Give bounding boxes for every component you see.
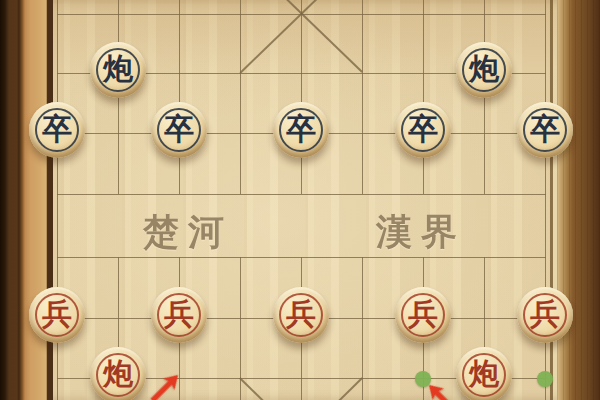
river-label-han-jie: 漢界 (376, 213, 466, 249)
piece-character: 卒 (273, 101, 329, 157)
piece-character: 炮 (456, 346, 512, 400)
grid-line (423, 0, 424, 194)
piece-red-soldier[interactable]: 兵 (29, 287, 85, 343)
piece-red-cannon[interactable]: 炮 (456, 347, 512, 400)
piece-character: 兵 (517, 286, 573, 342)
piece-black-soldier[interactable]: 卒 (517, 102, 573, 158)
piece-red-soldier[interactable]: 兵 (151, 287, 207, 343)
piece-red-soldier[interactable]: 兵 (273, 287, 329, 343)
piece-character: 卒 (395, 101, 451, 157)
piece-character: 兵 (29, 286, 85, 342)
piece-character: 卒 (151, 101, 207, 157)
piece-character: 兵 (395, 286, 451, 342)
piece-character: 卒 (517, 101, 573, 157)
piece-character: 炮 (90, 41, 146, 97)
xiangqi-board: 楚河 漢界 炮炮卒卒卒卒卒兵兵兵兵兵炮炮 (0, 0, 600, 400)
piece-red-soldier[interactable]: 兵 (395, 287, 451, 343)
piece-black-soldier[interactable]: 卒 (395, 102, 451, 158)
river-label-chu-he: 楚河 (143, 213, 233, 249)
piece-black-soldier[interactable]: 卒 (29, 102, 85, 158)
grid-line (240, 0, 241, 194)
piece-character: 炮 (456, 41, 512, 97)
piece-character: 兵 (273, 286, 329, 342)
grid-line (362, 0, 363, 194)
piece-character: 兵 (151, 286, 207, 342)
piece-red-cannon[interactable]: 炮 (90, 347, 146, 400)
piece-black-soldier[interactable]: 卒 (273, 102, 329, 158)
piece-character: 炮 (90, 346, 146, 400)
move-hint-dot[interactable] (537, 371, 553, 387)
grid-line (301, 0, 302, 194)
piece-black-soldier[interactable]: 卒 (151, 102, 207, 158)
piece-character: 卒 (29, 101, 85, 157)
piece-black-cannon[interactable]: 炮 (456, 42, 512, 98)
piece-black-cannon[interactable]: 炮 (90, 42, 146, 98)
grid-line (179, 0, 180, 194)
piece-red-soldier[interactable]: 兵 (517, 287, 573, 343)
